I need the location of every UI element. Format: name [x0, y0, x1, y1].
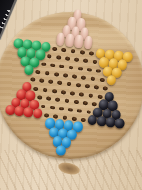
hole: [50, 105, 55, 109]
hole: [72, 74, 77, 78]
hole: [71, 49, 76, 53]
board-cell: [83, 40, 93, 49]
hole: [37, 95, 42, 99]
hole: [61, 90, 66, 94]
hole: [61, 48, 66, 52]
hole: [30, 78, 35, 82]
hole: [90, 77, 95, 81]
hole: [56, 55, 61, 59]
hole: [94, 85, 99, 89]
hole: [74, 58, 79, 62]
hole: [41, 62, 46, 66]
hole: [54, 72, 59, 76]
hole: [85, 84, 90, 88]
hole: [39, 79, 44, 83]
hole: [50, 63, 55, 67]
hole: [41, 104, 46, 108]
hole: [86, 110, 91, 114]
hole: [55, 98, 60, 102]
hole: [57, 81, 62, 85]
hole: [81, 75, 86, 79]
hole: [92, 60, 97, 64]
peg-black[interactable]: [114, 118, 125, 129]
hole: [78, 67, 83, 71]
hole: [76, 83, 81, 87]
hole: [36, 70, 41, 74]
hole: [97, 94, 102, 98]
hole: [80, 50, 85, 54]
hole: [33, 87, 38, 91]
board-cell: [56, 146, 66, 155]
hole: [92, 102, 97, 106]
hole: [79, 92, 84, 96]
hole: [59, 107, 64, 111]
hole: [70, 91, 75, 95]
star-grid: [1, 6, 138, 163]
hole: [65, 57, 70, 61]
wood-knot: [57, 161, 81, 177]
hole: [88, 93, 93, 97]
hole: [81, 118, 86, 122]
hole: [52, 89, 57, 93]
hole: [63, 73, 68, 77]
hole: [59, 64, 64, 68]
peg-blue[interactable]: [56, 145, 67, 156]
hole: [68, 108, 73, 112]
hole: [96, 69, 101, 73]
hole: [83, 101, 88, 105]
hole: [64, 99, 69, 103]
hole: [46, 97, 51, 101]
hole: [103, 87, 108, 91]
hole: [48, 80, 53, 84]
hole: [99, 78, 104, 82]
hole: [87, 68, 92, 72]
peg-natural[interactable]: [83, 36, 93, 50]
hole: [77, 109, 82, 113]
hole: [73, 100, 78, 104]
hole: [66, 82, 71, 86]
hole: [45, 71, 50, 75]
hole: [89, 51, 94, 55]
hole: [47, 54, 52, 58]
photo-scene: [0, 0, 142, 190]
hole: [71, 117, 76, 121]
hole: [53, 114, 58, 118]
hole: [52, 47, 57, 51]
hole: [43, 88, 48, 92]
hole: [62, 115, 67, 119]
hole: [44, 113, 49, 117]
board-cell: [115, 120, 125, 129]
hole: [83, 59, 88, 63]
hole: [68, 65, 73, 69]
